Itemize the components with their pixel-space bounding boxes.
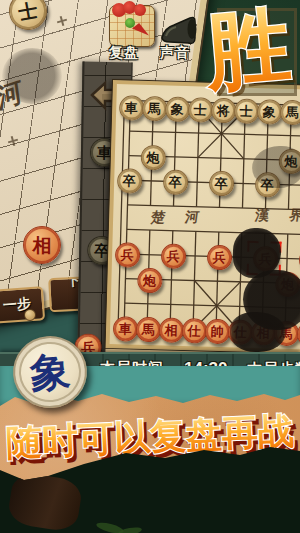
replay-label: 复盘	[109, 44, 139, 60]
sound-label: 声音	[160, 44, 190, 60]
piece-red-r9c3[interactable]: 仕	[181, 318, 207, 344]
dark-cylinder-shape	[6, 471, 83, 533]
leaf-decoration	[118, 526, 143, 533]
flower-icon	[134, 4, 146, 16]
piece-black-r0c1[interactable]: 馬	[141, 95, 167, 121]
river-text-left: 楚 河	[150, 209, 209, 227]
piece-black-r0c3[interactable]: 士	[187, 97, 213, 123]
result-banner: 胜 胜	[196, 0, 300, 100]
replay-board-icon[interactable]	[109, 5, 155, 47]
river-text-right: 漢 界	[254, 207, 300, 225]
piece-red-r9c2[interactable]: 相	[158, 317, 184, 343]
prev-step-button[interactable]: 一步	[0, 286, 45, 324]
piece-black-r0c4[interactable]: 将	[210, 97, 236, 123]
piece-black-r0c2[interactable]: 象	[164, 96, 190, 122]
piece-red-r6c0[interactable]: 兵	[114, 242, 140, 268]
ribbon-icon	[132, 23, 149, 41]
ink-blot	[252, 146, 300, 188]
replay-button[interactable]: 复盘	[109, 44, 139, 62]
piece-black-r0c0[interactable]: 車	[118, 95, 144, 121]
piece-red-r9c0[interactable]: 車	[112, 316, 138, 342]
win-character: 胜	[200, 0, 294, 100]
piece-red-r9c4[interactable]: 帥	[204, 319, 230, 345]
piece-black-r0c6[interactable]: 象	[256, 99, 282, 125]
app-screenshot: 河 士 相 一步 下 車 卒 兵 車 楚 河 漢 界 車馬象士将士象馬車炮炮卒卒…	[0, 0, 300, 533]
ink-blot	[230, 312, 286, 352]
plaque-knob	[24, 309, 36, 321]
sound-button[interactable]: 声音	[160, 44, 190, 62]
background-elephant-piece: 相	[23, 226, 61, 264]
piece-red-r9c1[interactable]: 馬	[135, 317, 161, 343]
piece-red-r6c2[interactable]: 兵	[160, 243, 186, 269]
piece-red-r7c1[interactable]: 炮	[137, 267, 163, 293]
piece-red-r6c4[interactable]: 兵	[206, 245, 232, 271]
piece-black-r2c1[interactable]: 炮	[140, 144, 166, 170]
piece-black-r0c5[interactable]: 士	[233, 98, 259, 124]
